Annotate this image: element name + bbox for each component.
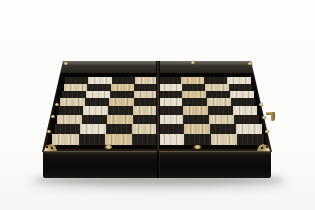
square-d3 (133, 115, 158, 124)
square-d7 (134, 84, 158, 91)
brass-stud-icon (51, 115, 55, 118)
square-h4 (233, 106, 258, 115)
square-g1 (211, 134, 237, 145)
square-c1 (105, 134, 131, 145)
square-e6 (158, 91, 182, 99)
photo-scene (0, 0, 315, 210)
brass-stud-icon (64, 62, 68, 65)
brass-stud-icon (259, 103, 263, 106)
square-b5 (85, 98, 109, 106)
square-f7 (182, 84, 206, 91)
box-front-face (43, 151, 271, 178)
square-d5 (134, 98, 158, 106)
square-h6 (230, 91, 254, 99)
square-d6 (134, 91, 158, 99)
square-b2 (80, 124, 106, 134)
square-h7 (229, 84, 253, 91)
square-g3 (209, 115, 234, 124)
square-e1 (158, 134, 184, 145)
square-g4 (208, 106, 233, 115)
square-c7 (111, 84, 135, 91)
square-b4 (83, 106, 108, 115)
square-f4 (183, 106, 208, 115)
square-a2 (55, 124, 81, 134)
square-e3 (158, 115, 183, 124)
square-e2 (158, 124, 184, 134)
square-c6 (110, 91, 134, 99)
square-g5 (207, 98, 231, 106)
brass-stud-icon (265, 130, 269, 133)
square-h3 (234, 115, 259, 124)
square-f6 (182, 91, 206, 99)
square-b6 (86, 91, 110, 99)
square-f1 (184, 134, 210, 145)
square-f3 (183, 115, 208, 124)
brass-stud-icon (55, 103, 59, 106)
square-f2 (184, 124, 210, 134)
square-b1 (79, 134, 105, 145)
square-g7 (205, 84, 229, 91)
square-d2 (132, 124, 158, 134)
square-f5 (182, 98, 206, 106)
square-d1 (132, 134, 158, 145)
brass-stud-icon (248, 62, 252, 65)
square-h5 (231, 98, 255, 106)
square-h2 (236, 124, 262, 134)
square-a1 (52, 134, 78, 145)
square-g6 (206, 91, 230, 99)
square-a3 (57, 115, 82, 124)
square-b7 (87, 84, 111, 91)
square-c4 (108, 106, 133, 115)
brass-stud-icon (191, 61, 195, 64)
brass-medallion-icon (105, 145, 112, 149)
square-c2 (106, 124, 132, 134)
square-c3 (107, 115, 132, 124)
brass-medallion-icon (194, 145, 201, 149)
square-a7 (64, 84, 88, 91)
square-e4 (158, 106, 183, 115)
square-e5 (158, 98, 182, 106)
clasp-hook-icon (266, 111, 275, 121)
square-c5 (109, 98, 133, 106)
square-g2 (210, 124, 236, 134)
square-a4 (59, 106, 84, 115)
square-a5 (60, 98, 84, 106)
square-a6 (62, 91, 86, 99)
square-d4 (133, 106, 158, 115)
square-e7 (158, 84, 182, 91)
square-h1 (237, 134, 263, 145)
square-b3 (82, 115, 107, 124)
clasp-hook (271, 112, 275, 121)
hinge-seam (156, 61, 160, 152)
front-hinge-seam (157, 151, 159, 178)
brass-stud-icon (47, 130, 51, 133)
